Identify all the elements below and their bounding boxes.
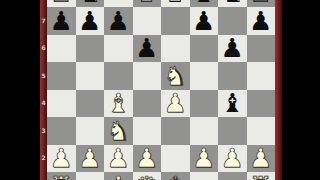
- square-d5: [133, 62, 162, 90]
- square-f3: [190, 117, 219, 145]
- rank-label-5: 5: [40, 72, 47, 80]
- square-e1: ♚: [161, 172, 190, 180]
- board-frame-right: [275, 0, 282, 180]
- rank-label-4: 4: [40, 99, 47, 107]
- square-f1: [190, 172, 219, 180]
- black-pawn: ♟: [107, 8, 130, 34]
- square-b6: [76, 35, 105, 63]
- square-g8: ♞: [218, 0, 247, 7]
- square-e5: ♞: [161, 62, 190, 90]
- square-e6: [161, 35, 190, 63]
- square-d3: [133, 117, 162, 145]
- square-g1: [218, 172, 247, 180]
- square-c2: ♟: [104, 145, 133, 173]
- square-g6: ♟: [218, 35, 247, 63]
- video-frame: ♜♞♛♚♝♞♜♟♟♟♟♟♟♟♞♝♟♝♞♟♟♟♟♟♟♟♜♝♛♚♜ 765432: [0, 0, 320, 180]
- chess-board: ♜♞♛♚♝♞♜♟♟♟♟♟♟♟♞♝♟♝♞♟♟♟♟♟♟♟♜♝♛♚♜: [47, 0, 275, 180]
- black-bishop: ♝: [221, 90, 244, 116]
- black-knight: ♞: [221, 0, 244, 6]
- square-d2: ♟: [133, 145, 162, 173]
- square-f6: [190, 35, 219, 63]
- white-pawn: ♟: [192, 145, 215, 171]
- square-a1: ♜: [47, 172, 76, 180]
- black-pawn: ♟: [78, 8, 101, 34]
- square-f5: [190, 62, 219, 90]
- square-g2: ♟: [218, 145, 247, 173]
- square-h5: [247, 62, 276, 90]
- square-a5: [47, 62, 76, 90]
- square-f4: [190, 90, 219, 118]
- square-c3: ♞: [104, 117, 133, 145]
- rank-label-7: 7: [40, 17, 47, 25]
- square-h2: ♟: [247, 145, 276, 173]
- square-c6: [104, 35, 133, 63]
- board-frame-left: [40, 0, 47, 180]
- white-knight: ♞: [107, 118, 130, 144]
- square-b2: ♟: [76, 145, 105, 173]
- white-pawn: ♟: [50, 145, 73, 171]
- black-pawn: ♟: [249, 8, 272, 34]
- square-a6: [47, 35, 76, 63]
- rank-label-6: 6: [40, 44, 47, 52]
- white-rook: ♜: [50, 173, 73, 180]
- square-h6: [247, 35, 276, 63]
- square-d4: [133, 90, 162, 118]
- white-queen: ♛: [135, 173, 158, 180]
- black-pawn: ♟: [135, 35, 158, 61]
- square-e8: ♚: [161, 0, 190, 7]
- square-e3: [161, 117, 190, 145]
- black-queen: ♛: [135, 0, 158, 6]
- square-g5: [218, 62, 247, 90]
- square-b4: [76, 90, 105, 118]
- square-b1: [76, 172, 105, 180]
- white-pawn: ♟: [107, 145, 130, 171]
- white-pawn: ♟: [164, 90, 187, 116]
- square-h7: ♟: [247, 7, 276, 35]
- square-d6: ♟: [133, 35, 162, 63]
- square-h1: ♜: [247, 172, 276, 180]
- square-a7: ♟: [47, 7, 76, 35]
- black-king: ♚: [164, 0, 187, 6]
- black-pawn: ♟: [192, 8, 215, 34]
- square-b3: [76, 117, 105, 145]
- square-g7: [218, 7, 247, 35]
- square-a4: [47, 90, 76, 118]
- square-g3: [218, 117, 247, 145]
- white-bishop: ♝: [107, 90, 130, 116]
- square-h3: [247, 117, 276, 145]
- square-h4: [247, 90, 276, 118]
- square-c1: ♝: [104, 172, 133, 180]
- black-pawn: ♟: [50, 8, 73, 34]
- white-bishop: ♝: [107, 173, 130, 180]
- rank-label-2: 2: [40, 154, 47, 162]
- square-b7: ♟: [76, 7, 105, 35]
- square-d7: [133, 7, 162, 35]
- white-knight: ♞: [164, 63, 187, 89]
- square-e7: [161, 7, 190, 35]
- white-king: ♚: [164, 173, 187, 180]
- square-f7: ♟: [190, 7, 219, 35]
- white-pawn: ♟: [78, 145, 101, 171]
- white-pawn: ♟: [135, 145, 158, 171]
- square-f2: ♟: [190, 145, 219, 173]
- square-d8: ♛: [133, 0, 162, 7]
- square-a2: ♟: [47, 145, 76, 173]
- square-e2: [161, 145, 190, 173]
- square-g4: ♝: [218, 90, 247, 118]
- square-b5: [76, 62, 105, 90]
- square-c7: ♟: [104, 7, 133, 35]
- white-pawn: ♟: [221, 145, 244, 171]
- square-a3: [47, 117, 76, 145]
- black-pawn: ♟: [221, 35, 244, 61]
- square-c4: ♝: [104, 90, 133, 118]
- white-rook: ♜: [249, 173, 272, 180]
- white-pawn: ♟: [249, 145, 272, 171]
- square-d1: ♛: [133, 172, 162, 180]
- square-e4: ♟: [161, 90, 190, 118]
- rank-label-3: 3: [40, 127, 47, 135]
- square-c5: [104, 62, 133, 90]
